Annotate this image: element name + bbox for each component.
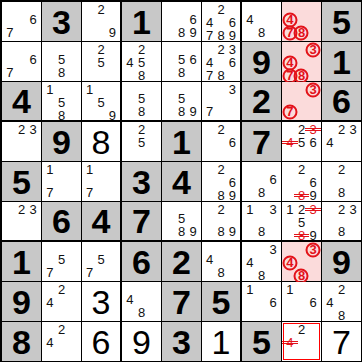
candidate-2: 2 — [56, 283, 68, 296]
cell-r4c4[interactable]: 25 — [122, 122, 162, 162]
candidate-marks: 2689 — [282, 162, 321, 201]
candidate-marks: 29 — [82, 2, 120, 41]
cell-r7c1[interactable]: 1 — [2, 242, 42, 282]
candidate-marks: 3478 — [282, 42, 321, 81]
candidate-marks: 68 — [242, 162, 281, 201]
cell-r8c2[interactable]: 24 — [42, 282, 82, 322]
candidate-8: 8 — [176, 105, 188, 118]
candidate-4: 4 — [124, 293, 136, 306]
given-digit: 5 — [2, 162, 41, 201]
candidate-6: 6 — [307, 136, 319, 149]
candidate-3: 3 — [27, 203, 39, 216]
given-digit: 1 — [122, 2, 161, 41]
solved-digit: 1 — [202, 322, 240, 361]
candidate-marks: 589 — [162, 82, 201, 120]
cell-r2c1[interactable]: 67 — [2, 42, 42, 82]
candidate-marks: 48 — [242, 2, 281, 41]
candidate-marks: 67 — [2, 42, 41, 81]
candidate-3: 3 — [347, 203, 359, 216]
candidate-marks: 67 — [2, 2, 41, 41]
candidate-3: 3 — [227, 83, 238, 96]
cell-r3c5[interactable]: 589 — [162, 82, 202, 122]
candidate-7: 7 — [4, 26, 16, 39]
cell-r2c5[interactable]: 568 — [162, 42, 202, 82]
candidate-8: 8 — [56, 109, 68, 122]
candidate-3-circled: 3 — [307, 83, 319, 96]
cell-r9c5[interactable]: 3 — [162, 322, 202, 361]
cell-r9c8[interactable]: 24 — [282, 322, 322, 361]
candidate-4-eliminated: 4 — [284, 336, 296, 349]
given-digit: 4 — [2, 82, 41, 120]
cell-r5c7[interactable]: 68 — [242, 162, 282, 202]
candidate-marks: 158 — [42, 82, 81, 120]
candidate-8: 8 — [136, 105, 148, 118]
cell-r1c2[interactable]: 3 — [42, 2, 82, 42]
given-digit: 2 — [242, 82, 281, 120]
candidate-6: 6 — [187, 53, 199, 66]
given-digit: 1 — [322, 42, 361, 81]
cell-r7c8[interactable]: 348 — [282, 242, 322, 282]
candidate-2: 2 — [215, 43, 226, 56]
candidate-9: 9 — [227, 225, 238, 238]
candidate-1: 1 — [244, 203, 256, 216]
given-digit: 5 — [322, 2, 361, 41]
candidate-marks: 23 — [2, 202, 41, 240]
candidate-3: 3 — [267, 243, 279, 256]
candidate-8: 8 — [256, 186, 268, 199]
candidate-marks: 289 — [202, 202, 240, 240]
cell-r1c1[interactable]: 67 — [2, 2, 42, 42]
cell-r5c8[interactable]: 2689 — [282, 162, 322, 202]
cell-r4c3[interactable]: 8 — [82, 122, 122, 162]
cell-r5c4[interactable]: 3 — [122, 162, 162, 202]
candidate-4: 4 — [244, 256, 256, 269]
cell-r3c3[interactable]: 159 — [82, 82, 122, 122]
candidate-3-circled: 3 — [307, 243, 319, 256]
candidate-marks: 17 — [42, 162, 81, 201]
cell-r8c9[interactable]: 248 — [322, 282, 361, 322]
cell-r2c4[interactable]: 2458 — [122, 42, 162, 82]
candidate-8: 8 — [336, 186, 348, 199]
cell-r3c9[interactable]: 6 — [322, 82, 361, 122]
given-digit: 7 — [122, 202, 161, 240]
given-digit: 9 — [42, 122, 81, 161]
candidate-marks: 16 — [282, 282, 321, 321]
candidate-7: 7 — [4, 66, 16, 79]
solved-digit: 8 — [82, 122, 120, 161]
candidate-8-circled: 8 — [296, 26, 308, 39]
candidate-6: 6 — [267, 296, 279, 309]
cell-r8c4[interactable]: 48 — [122, 282, 162, 322]
candidate-8: 8 — [176, 225, 188, 238]
given-digit: 9 — [242, 42, 281, 81]
cell-r4c9[interactable]: 234 — [322, 122, 361, 162]
candidate-3-eliminated: 3 — [307, 203, 319, 216]
candidate-1: 1 — [84, 163, 95, 176]
cell-r6c2[interactable]: 6 — [42, 202, 82, 242]
candidate-marks: 16 — [242, 282, 281, 321]
candidate-marks: 48 — [202, 242, 240, 281]
cell-r4c6[interactable]: 26 — [202, 122, 242, 162]
candidate-6: 6 — [307, 296, 319, 309]
candidate-2: 2 — [336, 163, 348, 176]
candidate-marks: 2458 — [122, 42, 161, 81]
candidate-marks: 25 — [122, 122, 161, 161]
candidate-marks: 58 — [122, 82, 161, 120]
cell-r1c5[interactable]: 689 — [162, 2, 202, 42]
candidate-4: 4 — [324, 136, 336, 149]
cell-r3c7[interactable]: 2 — [242, 82, 282, 122]
candidate-marks: 57 — [82, 242, 120, 281]
candidate-8: 8 — [215, 266, 226, 279]
candidate-2: 2 — [16, 203, 28, 216]
cell-r2c3[interactable]: 25 — [82, 42, 122, 82]
candidate-9: 9 — [307, 229, 319, 242]
candidate-8: 8 — [256, 225, 268, 238]
candidate-marks: 589 — [162, 202, 201, 240]
cell-r3c8[interactable]: 37 — [282, 82, 322, 122]
candidate-2: 2 — [215, 203, 226, 216]
cell-r1c3[interactable]: 29 — [82, 2, 122, 42]
sudoku-board: 6732916892467894847856758252458568234678… — [0, 0, 362, 362]
candidate-6: 6 — [227, 136, 238, 149]
cell-r9c3[interactable]: 6 — [82, 322, 122, 361]
candidate-marks: 58 — [42, 42, 81, 81]
candidate-5: 5 — [56, 253, 68, 266]
cell-r3c6[interactable]: 37 — [202, 82, 242, 122]
cell-r6c6[interactable]: 289 — [202, 202, 242, 242]
candidate-marks: 2689 — [202, 162, 240, 201]
candidate-8: 8 — [176, 26, 188, 39]
given-digit: 8 — [2, 322, 41, 361]
candidate-marks: 248 — [322, 282, 361, 321]
cell-r8c5[interactable]: 7 — [162, 282, 202, 322]
candidate-5: 5 — [136, 136, 148, 149]
candidate-9: 9 — [227, 189, 238, 202]
cell-r4c2[interactable]: 9 — [42, 122, 82, 162]
cell-r8c1[interactable]: 9 — [2, 282, 42, 322]
candidate-8: 8 — [256, 269, 268, 282]
candidate-marks: 138 — [242, 202, 281, 240]
candidate-2: 2 — [296, 163, 308, 176]
cell-r5c2[interactable]: 17 — [42, 162, 82, 202]
cell-r2c2[interactable]: 58 — [42, 42, 82, 82]
cell-r5c3[interactable]: 17 — [82, 162, 122, 202]
cell-r4c1[interactable]: 23 — [2, 122, 42, 162]
cell-r8c7[interactable]: 16 — [242, 282, 282, 322]
candidate-marks: 24 — [42, 322, 81, 361]
candidate-8: 8 — [215, 225, 226, 238]
candidate-8: 8 — [176, 66, 188, 79]
cell-r7c2[interactable]: 57 — [42, 242, 82, 282]
given-digit: 1 — [162, 122, 201, 161]
candidate-8: 8 — [136, 69, 148, 82]
given-digit: 3 — [122, 162, 161, 201]
candidate-marks: 159 — [82, 82, 120, 120]
candidate-4: 4 — [204, 253, 215, 266]
candidate-marks: 17 — [82, 162, 120, 201]
candidate-2: 2 — [336, 283, 348, 296]
candidate-8: 8 — [215, 69, 226, 82]
candidate-2: 2 — [215, 3, 226, 16]
cell-r5c6[interactable]: 2689 — [202, 162, 242, 202]
candidate-marks: 24 — [42, 282, 81, 321]
candidate-8: 8 — [215, 29, 226, 42]
candidate-8-circled: 8 — [296, 269, 308, 282]
candidate-2: 2 — [215, 163, 226, 176]
candidate-marks: 234678 — [202, 42, 240, 81]
candidate-marks: 246789 — [202, 2, 240, 41]
candidate-marks: 689 — [162, 2, 201, 41]
candidate-1: 1 — [284, 283, 296, 296]
candidate-6: 6 — [227, 56, 238, 69]
candidate-marks: 23 — [2, 122, 41, 161]
cell-r9c2[interactable]: 24 — [42, 322, 82, 361]
candidate-7: 7 — [204, 29, 215, 42]
candidate-marks: 478 — [282, 2, 321, 41]
solved-digit: 3 — [82, 282, 120, 321]
candidate-marks: 568 — [162, 42, 201, 81]
given-digit: 7 — [242, 122, 281, 161]
candidate-2: 2 — [215, 123, 226, 136]
cell-r5c1[interactable]: 5 — [2, 162, 42, 202]
cell-r6c8[interactable]: 123589 — [282, 202, 322, 242]
cell-r6c7[interactable]: 138 — [242, 202, 282, 242]
candidate-8-eliminated: 8 — [296, 229, 308, 242]
candidate-8: 8 — [56, 66, 68, 79]
cell-r6c1[interactable]: 23 — [2, 202, 42, 242]
candidate-8: 8 — [136, 306, 148, 319]
candidate-8-eliminated: 8 — [296, 189, 308, 202]
cell-r9c7[interactable]: 5 — [242, 322, 282, 361]
candidate-7: 7 — [44, 186, 56, 199]
candidate-5: 5 — [296, 136, 308, 149]
cell-r2c8[interactable]: 3478 — [282, 42, 322, 82]
cell-r1c4[interactable]: 1 — [122, 2, 162, 42]
candidate-4-eliminated: 4 — [284, 136, 296, 149]
given-digit: 6 — [322, 82, 361, 120]
candidate-2: 2 — [336, 123, 348, 136]
cell-r2c7[interactable]: 9 — [242, 42, 282, 82]
candidate-6: 6 — [267, 173, 279, 186]
candidate-9: 9 — [107, 26, 118, 39]
cell-r8c3[interactable]: 3 — [82, 282, 122, 322]
candidate-marks: 238 — [322, 202, 361, 240]
cell-r1c7[interactable]: 48 — [242, 2, 282, 42]
candidate-7: 7 — [84, 186, 95, 199]
candidate-2: 2 — [336, 203, 348, 216]
cell-r4c8[interactable]: 23456 — [282, 122, 322, 162]
cell-r6c5[interactable]: 589 — [162, 202, 202, 242]
candidate-marks: 24 — [282, 322, 321, 361]
candidate-marks: 26 — [202, 122, 240, 161]
candidate-7: 7 — [204, 105, 215, 118]
candidate-9: 9 — [107, 109, 118, 122]
candidate-3: 3 — [267, 203, 279, 216]
cell-r1c9[interactable]: 5 — [322, 2, 361, 42]
candidate-4: 4 — [124, 56, 136, 69]
cell-r6c4[interactable]: 7 — [122, 202, 162, 242]
cell-r1c8[interactable]: 478 — [282, 2, 322, 42]
solved-digit: 9 — [122, 322, 161, 361]
solved-digit: 6 — [82, 322, 120, 361]
candidate-7: 7 — [84, 266, 95, 279]
given-digit: 9 — [2, 282, 41, 321]
candidate-7-circled: 7 — [284, 105, 296, 118]
candidate-4: 4 — [244, 13, 256, 26]
cell-r1c6[interactable]: 246789 — [202, 2, 242, 42]
cell-r9c9[interactable]: 7 — [322, 322, 361, 361]
candidate-marks: 37 — [202, 82, 240, 120]
cell-r7c7[interactable]: 348 — [242, 242, 282, 282]
candidate-3: 3 — [27, 123, 39, 136]
given-digit: 6 — [122, 242, 161, 281]
cell-r9c6[interactable]: 1 — [202, 322, 242, 361]
given-digit: 4 — [82, 202, 120, 240]
candidate-8: 8 — [215, 189, 226, 202]
candidate-5: 5 — [95, 96, 106, 109]
cell-r4c7[interactable]: 7 — [242, 122, 282, 162]
candidate-marks: 37 — [282, 82, 321, 120]
candidate-2: 2 — [95, 3, 106, 16]
candidate-9: 9 — [187, 225, 199, 238]
candidate-8: 8 — [336, 309, 348, 322]
cell-r3c4[interactable]: 58 — [122, 82, 162, 122]
candidate-9: 9 — [187, 26, 199, 39]
candidate-marks: 57 — [42, 242, 81, 281]
cell-r7c6[interactable]: 48 — [202, 242, 242, 282]
cell-r7c3[interactable]: 57 — [82, 242, 122, 282]
given-digit: 7 — [162, 282, 201, 321]
given-digit: 1 — [2, 242, 41, 281]
candidate-7: 7 — [204, 69, 215, 82]
candidate-2: 2 — [296, 323, 308, 336]
cell-r7c9[interactable]: 9 — [322, 242, 361, 282]
candidate-1: 1 — [44, 163, 56, 176]
candidate-8: 8 — [336, 225, 348, 238]
given-digit: 3 — [42, 2, 81, 41]
candidate-3: 3 — [347, 123, 359, 136]
candidate-6: 6 — [27, 13, 39, 26]
cell-r7c5[interactable]: 2 — [162, 242, 202, 282]
candidate-3-circled: 3 — [307, 43, 319, 56]
solved-digit: 7 — [322, 322, 361, 361]
cell-r8c8[interactable]: 16 — [282, 282, 322, 322]
candidate-marks: 123589 — [282, 202, 321, 240]
candidate-2: 2 — [16, 123, 28, 136]
candidate-marks: 234 — [322, 122, 361, 161]
candidate-5: 5 — [95, 253, 106, 266]
candidate-marks: 348 — [242, 242, 281, 281]
cell-r6c3[interactable]: 4 — [82, 202, 122, 242]
candidate-7: 7 — [44, 266, 56, 279]
candidate-4-circled: 4 — [284, 256, 296, 269]
cell-r5c9[interactable]: 28 — [322, 162, 361, 202]
cell-r9c1[interactable]: 8 — [2, 322, 42, 361]
cell-r3c1[interactable]: 4 — [2, 82, 42, 122]
cell-r5c5[interactable]: 4 — [162, 162, 202, 202]
given-digit: 5 — [202, 282, 240, 321]
cell-r2c9[interactable]: 1 — [322, 42, 361, 82]
candidate-8: 8 — [256, 26, 268, 39]
given-digit: 2 — [162, 242, 201, 281]
candidate-8-circled: 8 — [296, 69, 308, 82]
cell-r3c2[interactable]: 158 — [42, 82, 82, 122]
candidate-1: 1 — [244, 283, 256, 296]
given-digit: 6 — [42, 202, 81, 240]
cell-r7c4[interactable]: 6 — [122, 242, 162, 282]
candidate-6: 6 — [27, 53, 39, 66]
candidate-1: 1 — [284, 203, 296, 216]
candidate-4: 4 — [324, 296, 336, 309]
candidate-9: 9 — [227, 29, 238, 42]
candidate-9: 9 — [187, 105, 199, 118]
candidate-marks: 348 — [282, 242, 321, 281]
candidate-4: 4 — [44, 336, 56, 349]
cell-r6c9[interactable]: 238 — [322, 202, 361, 242]
candidate-1: 1 — [44, 83, 56, 96]
cell-r4c5[interactable]: 1 — [162, 122, 202, 162]
cell-r8c6[interactable]: 5 — [202, 282, 242, 322]
candidate-2: 2 — [56, 323, 68, 336]
given-digit: 9 — [322, 242, 361, 281]
given-digit: 3 — [162, 322, 201, 361]
candidate-marks: 23456 — [282, 122, 321, 161]
cell-r2c6[interactable]: 234678 — [202, 42, 242, 82]
given-digit: 4 — [162, 162, 201, 201]
candidate-1: 1 — [84, 83, 95, 96]
cell-r9c4[interactable]: 9 — [122, 322, 162, 361]
candidate-marks: 28 — [322, 162, 361, 201]
candidate-marks: 48 — [122, 282, 161, 321]
candidate-5: 5 — [95, 56, 106, 69]
given-digit: 5 — [242, 322, 281, 361]
candidate-4: 4 — [44, 296, 56, 309]
candidate-marks: 25 — [82, 42, 120, 81]
candidate-9: 9 — [307, 189, 319, 202]
